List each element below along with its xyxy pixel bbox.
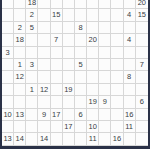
grid-cell[interactable] bbox=[63, 96, 75, 108]
clue-cell[interactable]: 13 bbox=[14, 109, 26, 121]
grid-cell[interactable] bbox=[26, 96, 38, 108]
grid-cell[interactable] bbox=[51, 121, 63, 133]
grid-cell[interactable] bbox=[51, 71, 63, 83]
clue-cell[interactable]: 3 bbox=[26, 59, 38, 71]
clue-cell[interactable]: 8 bbox=[124, 71, 136, 83]
clue-cell[interactable]: 16 bbox=[111, 133, 123, 145]
clue-cell[interactable]: 18 bbox=[14, 34, 26, 46]
grid-cell[interactable] bbox=[99, 34, 111, 46]
grid-cell[interactable] bbox=[51, 84, 63, 96]
clue-cell[interactable]: 16 bbox=[124, 109, 136, 121]
clue-cell[interactable]: 4 bbox=[124, 9, 136, 21]
grid-cell[interactable] bbox=[111, 59, 123, 71]
grid-cell[interactable] bbox=[136, 47, 148, 59]
grid-cell[interactable] bbox=[136, 121, 148, 133]
grid-cell[interactable] bbox=[38, 71, 50, 83]
grid-cell[interactable] bbox=[111, 84, 123, 96]
clue-cell[interactable]: 10 bbox=[2, 109, 14, 121]
grid-cell[interactable] bbox=[38, 9, 50, 21]
grid-cell[interactable] bbox=[99, 71, 111, 83]
grid-cell[interactable] bbox=[87, 59, 99, 71]
grid-cell[interactable] bbox=[14, 47, 26, 59]
grid-cell[interactable] bbox=[63, 71, 75, 83]
clue-cell[interactable]: 12 bbox=[38, 84, 50, 96]
grid-cell[interactable] bbox=[63, 109, 75, 121]
grid-cell[interactable] bbox=[124, 96, 136, 108]
grid-cell[interactable] bbox=[38, 34, 50, 46]
grid-cell[interactable] bbox=[38, 96, 50, 108]
grid-cell[interactable] bbox=[124, 47, 136, 59]
grid-cell[interactable] bbox=[99, 121, 111, 133]
grid-cell[interactable] bbox=[75, 34, 87, 46]
clue-cell[interactable]: 5 bbox=[75, 59, 87, 71]
grid-cell[interactable] bbox=[87, 22, 99, 34]
grid-cell[interactable] bbox=[99, 109, 111, 121]
grid-cell[interactable] bbox=[38, 59, 50, 71]
clue-cell[interactable]: 9 bbox=[99, 96, 111, 108]
grid-cell[interactable] bbox=[75, 121, 87, 133]
clue-cell[interactable]: 19 bbox=[63, 84, 75, 96]
grid-cell[interactable] bbox=[87, 71, 99, 83]
grid-cell[interactable] bbox=[136, 71, 148, 83]
clue-cell[interactable]: 7 bbox=[51, 34, 63, 46]
grid-cell[interactable] bbox=[51, 0, 63, 9]
grid-cell[interactable] bbox=[63, 59, 75, 71]
clue-cell[interactable]: 11 bbox=[124, 121, 136, 133]
grid-cell[interactable] bbox=[26, 34, 38, 46]
clue-cell[interactable]: 19 bbox=[87, 96, 99, 108]
clue-cell[interactable]: 9 bbox=[38, 109, 50, 121]
grid-cell[interactable] bbox=[75, 9, 87, 21]
grid-cell[interactable] bbox=[26, 133, 38, 145]
clue-cell[interactable]: 8 bbox=[75, 22, 87, 34]
grid-cell[interactable] bbox=[111, 0, 123, 9]
clue-cell[interactable]: 6 bbox=[136, 96, 148, 108]
grid-cell[interactable] bbox=[75, 47, 87, 59]
grid-cell[interactable] bbox=[111, 47, 123, 59]
clue-cell[interactable]: 15 bbox=[51, 9, 63, 21]
grid-cell[interactable] bbox=[111, 22, 123, 34]
clue-cell[interactable]: 14 bbox=[38, 133, 50, 145]
grid-cell[interactable] bbox=[124, 84, 136, 96]
grid-cell[interactable] bbox=[26, 71, 38, 83]
grid-cell[interactable] bbox=[63, 47, 75, 59]
grid-cell[interactable] bbox=[63, 22, 75, 34]
clue-cell[interactable]: 20 bbox=[87, 34, 99, 46]
grid-cell[interactable] bbox=[26, 109, 38, 121]
grid-cell[interactable] bbox=[87, 9, 99, 21]
puzzle-frame: 1820215415258187204313571281121919961013… bbox=[0, 0, 150, 149]
grid-cell[interactable] bbox=[99, 59, 111, 71]
clue-cell[interactable]: 18 bbox=[26, 0, 38, 9]
grid-cell[interactable] bbox=[99, 84, 111, 96]
clue-cell[interactable]: 14 bbox=[14, 133, 26, 145]
grid-cell[interactable] bbox=[111, 121, 123, 133]
grid-cell[interactable] bbox=[75, 96, 87, 108]
grid-cell[interactable] bbox=[111, 71, 123, 83]
grid-cell[interactable] bbox=[75, 0, 87, 9]
grid-cell[interactable] bbox=[99, 47, 111, 59]
clue-cell[interactable]: 1 bbox=[14, 59, 26, 71]
grid-cell[interactable] bbox=[63, 133, 75, 145]
grid-cell[interactable] bbox=[2, 9, 14, 21]
grid-cell[interactable] bbox=[38, 121, 50, 133]
grid-cell[interactable] bbox=[2, 84, 14, 96]
clue-cell[interactable]: 10 bbox=[87, 121, 99, 133]
grid-cell[interactable] bbox=[14, 96, 26, 108]
grid-cell[interactable] bbox=[63, 0, 75, 9]
grid-cell[interactable] bbox=[75, 133, 87, 145]
grid-cell[interactable] bbox=[2, 34, 14, 46]
grid-cell[interactable] bbox=[63, 9, 75, 21]
grid-cell[interactable] bbox=[38, 47, 50, 59]
clue-cell[interactable]: 17 bbox=[51, 109, 63, 121]
grid-cell[interactable] bbox=[75, 84, 87, 96]
clue-cell[interactable]: 5 bbox=[26, 22, 38, 34]
grid-cell[interactable] bbox=[99, 9, 111, 21]
clue-cell[interactable]: 3 bbox=[2, 47, 14, 59]
clue-cell[interactable]: 12 bbox=[14, 71, 26, 83]
grid-cell[interactable] bbox=[51, 133, 63, 145]
grid-cell[interactable] bbox=[2, 121, 14, 133]
board: 1820215415258187204313571281121919961013… bbox=[2, 0, 148, 146]
grid-cell[interactable] bbox=[2, 96, 14, 108]
grid-cell[interactable] bbox=[38, 22, 50, 34]
grid-cell[interactable] bbox=[2, 0, 14, 9]
clue-cell[interactable]: 15 bbox=[136, 9, 148, 21]
grid-cell[interactable] bbox=[75, 71, 87, 83]
grid-cell[interactable] bbox=[99, 133, 111, 145]
grid-cell[interactable] bbox=[26, 121, 38, 133]
grid-cell[interactable] bbox=[136, 22, 148, 34]
grid-cell[interactable] bbox=[14, 9, 26, 21]
grid-cell[interactable] bbox=[87, 0, 99, 9]
grid-cell[interactable] bbox=[136, 109, 148, 121]
grid-cell[interactable] bbox=[136, 34, 148, 46]
grid-cell[interactable] bbox=[14, 121, 26, 133]
grid-cell[interactable] bbox=[99, 0, 111, 9]
clue-cell[interactable]: 1 bbox=[26, 84, 38, 96]
grid-cell[interactable] bbox=[124, 22, 136, 34]
grid-cell[interactable] bbox=[2, 22, 14, 34]
grid-cell[interactable] bbox=[63, 34, 75, 46]
grid-cell[interactable] bbox=[51, 22, 63, 34]
grid-cell[interactable] bbox=[136, 133, 148, 145]
grid-cell[interactable] bbox=[111, 96, 123, 108]
clue-cell[interactable]: 13 bbox=[2, 133, 14, 145]
grid-cell[interactable] bbox=[111, 34, 123, 46]
clue-cell[interactable]: 17 bbox=[63, 121, 75, 133]
grid-cell[interactable] bbox=[124, 133, 136, 145]
clue-cell[interactable]: 6 bbox=[75, 109, 87, 121]
clue-cell[interactable]: 7 bbox=[136, 59, 148, 71]
grid-cell[interactable] bbox=[38, 0, 50, 9]
grid-cell[interactable] bbox=[87, 47, 99, 59]
grid-cell[interactable] bbox=[136, 84, 148, 96]
grid-cell[interactable] bbox=[124, 59, 136, 71]
clue-cell[interactable]: 2 bbox=[14, 22, 26, 34]
grid-cell[interactable] bbox=[111, 9, 123, 21]
grid-cell[interactable] bbox=[124, 0, 136, 9]
grid-cell[interactable] bbox=[14, 0, 26, 9]
grid-cell[interactable] bbox=[2, 71, 14, 83]
grid-cell[interactable] bbox=[87, 84, 99, 96]
grid-cell[interactable] bbox=[2, 59, 14, 71]
grid-cell[interactable] bbox=[51, 59, 63, 71]
grid-cell[interactable] bbox=[14, 84, 26, 96]
grid-cell[interactable] bbox=[111, 109, 123, 121]
grid-cell[interactable] bbox=[51, 47, 63, 59]
grid-cell[interactable] bbox=[26, 47, 38, 59]
clue-cell[interactable]: 4 bbox=[124, 34, 136, 46]
grid-cell[interactable] bbox=[51, 96, 63, 108]
clue-cell[interactable]: 2 bbox=[26, 9, 38, 21]
grid-cell[interactable] bbox=[87, 109, 99, 121]
clue-cell[interactable]: 20 bbox=[136, 0, 148, 9]
grid-cell[interactable] bbox=[99, 22, 111, 34]
clue-cell[interactable]: 11 bbox=[87, 133, 99, 145]
